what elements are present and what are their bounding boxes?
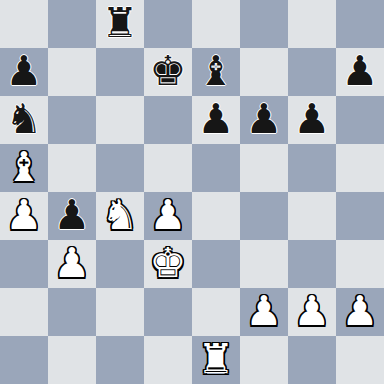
square-c5[interactable] xyxy=(96,144,144,192)
square-b5[interactable] xyxy=(48,144,96,192)
black-pawn[interactable]: ♟ xyxy=(240,96,288,144)
square-e1[interactable]: ♜ xyxy=(192,336,240,384)
square-f1[interactable] xyxy=(240,336,288,384)
square-c1[interactable] xyxy=(96,336,144,384)
black-pawn[interactable]: ♟ xyxy=(48,192,96,240)
square-f4[interactable] xyxy=(240,192,288,240)
square-d5[interactable] xyxy=(144,144,192,192)
square-b2[interactable] xyxy=(48,288,96,336)
black-pawn[interactable]: ♟ xyxy=(0,48,48,96)
square-d6[interactable] xyxy=(144,96,192,144)
square-f6[interactable]: ♟ xyxy=(240,96,288,144)
black-rook[interactable]: ♜ xyxy=(96,0,144,48)
square-c7[interactable] xyxy=(96,48,144,96)
square-g7[interactable] xyxy=(288,48,336,96)
square-h6[interactable] xyxy=(336,96,384,144)
square-d1[interactable] xyxy=(144,336,192,384)
black-bishop[interactable]: ♝ xyxy=(192,48,240,96)
chess-board: ♜♟♚♝♟♞♟♟♟♝♟♟♞♟♟♚♟♟♟♜ xyxy=(0,0,384,384)
square-c3[interactable] xyxy=(96,240,144,288)
square-b1[interactable] xyxy=(48,336,96,384)
square-d7[interactable]: ♚ xyxy=(144,48,192,96)
white-king[interactable]: ♚ xyxy=(144,240,192,288)
white-bishop[interactable]: ♝ xyxy=(0,144,48,192)
square-d3[interactable]: ♚ xyxy=(144,240,192,288)
black-pawn[interactable]: ♟ xyxy=(192,96,240,144)
square-a8[interactable] xyxy=(0,0,48,48)
black-pawn[interactable]: ♟ xyxy=(336,48,384,96)
square-h1[interactable] xyxy=(336,336,384,384)
square-h5[interactable] xyxy=(336,144,384,192)
square-b8[interactable] xyxy=(48,0,96,48)
square-a5[interactable]: ♝ xyxy=(0,144,48,192)
square-a4[interactable]: ♟ xyxy=(0,192,48,240)
square-d8[interactable] xyxy=(144,0,192,48)
square-h7[interactable]: ♟ xyxy=(336,48,384,96)
square-e8[interactable] xyxy=(192,0,240,48)
square-e3[interactable] xyxy=(192,240,240,288)
white-pawn[interactable]: ♟ xyxy=(240,288,288,336)
square-g5[interactable] xyxy=(288,144,336,192)
white-pawn[interactable]: ♟ xyxy=(0,192,48,240)
square-f5[interactable] xyxy=(240,144,288,192)
square-b4[interactable]: ♟ xyxy=(48,192,96,240)
square-a3[interactable] xyxy=(0,240,48,288)
square-e2[interactable] xyxy=(192,288,240,336)
square-f2[interactable]: ♟ xyxy=(240,288,288,336)
square-c6[interactable] xyxy=(96,96,144,144)
square-h2[interactable]: ♟ xyxy=(336,288,384,336)
square-c4[interactable]: ♞ xyxy=(96,192,144,240)
white-pawn[interactable]: ♟ xyxy=(48,240,96,288)
square-e4[interactable] xyxy=(192,192,240,240)
square-e6[interactable]: ♟ xyxy=(192,96,240,144)
square-a2[interactable] xyxy=(0,288,48,336)
black-pawn[interactable]: ♟ xyxy=(288,96,336,144)
square-f3[interactable] xyxy=(240,240,288,288)
white-pawn[interactable]: ♟ xyxy=(288,288,336,336)
square-g8[interactable] xyxy=(288,0,336,48)
square-g3[interactable] xyxy=(288,240,336,288)
square-b7[interactable] xyxy=(48,48,96,96)
square-a6[interactable]: ♞ xyxy=(0,96,48,144)
square-f7[interactable] xyxy=(240,48,288,96)
square-g6[interactable]: ♟ xyxy=(288,96,336,144)
square-f8[interactable] xyxy=(240,0,288,48)
white-pawn[interactable]: ♟ xyxy=(336,288,384,336)
square-g2[interactable]: ♟ xyxy=(288,288,336,336)
square-a1[interactable] xyxy=(0,336,48,384)
square-e5[interactable] xyxy=(192,144,240,192)
square-g1[interactable] xyxy=(288,336,336,384)
square-e7[interactable]: ♝ xyxy=(192,48,240,96)
square-h4[interactable] xyxy=(336,192,384,240)
white-pawn[interactable]: ♟ xyxy=(144,192,192,240)
square-c2[interactable] xyxy=(96,288,144,336)
black-king[interactable]: ♚ xyxy=(144,48,192,96)
black-knight[interactable]: ♞ xyxy=(0,96,48,144)
white-knight[interactable]: ♞ xyxy=(96,192,144,240)
square-c8[interactable]: ♜ xyxy=(96,0,144,48)
square-b6[interactable] xyxy=(48,96,96,144)
white-rook[interactable]: ♜ xyxy=(192,336,240,384)
square-h3[interactable] xyxy=(336,240,384,288)
square-d4[interactable]: ♟ xyxy=(144,192,192,240)
square-b3[interactable]: ♟ xyxy=(48,240,96,288)
square-g4[interactable] xyxy=(288,192,336,240)
square-d2[interactable] xyxy=(144,288,192,336)
square-h8[interactable] xyxy=(336,0,384,48)
square-a7[interactable]: ♟ xyxy=(0,48,48,96)
